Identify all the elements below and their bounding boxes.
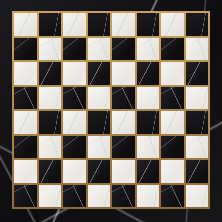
- square-g8[interactable]: [161, 13, 184, 36]
- square-d6[interactable]: [88, 62, 111, 85]
- square-g1[interactable]: [161, 185, 184, 208]
- square-e1[interactable]: [112, 185, 135, 208]
- square-f7[interactable]: [137, 38, 160, 61]
- square-f8[interactable]: [137, 13, 160, 36]
- square-h3[interactable]: [186, 136, 209, 159]
- square-f1[interactable]: [137, 185, 160, 208]
- square-h1[interactable]: [186, 185, 209, 208]
- square-c5[interactable]: [63, 87, 86, 110]
- square-c7[interactable]: [63, 38, 86, 61]
- square-b5[interactable]: [39, 87, 62, 110]
- square-d7[interactable]: [88, 38, 111, 61]
- square-a5[interactable]: [14, 87, 37, 110]
- square-e6[interactable]: [112, 62, 135, 85]
- square-g6[interactable]: [161, 62, 184, 85]
- square-h7[interactable]: [186, 38, 209, 61]
- square-a6[interactable]: [14, 62, 37, 85]
- square-d5[interactable]: [88, 87, 111, 110]
- square-h8[interactable]: [186, 13, 209, 36]
- chessboard-frame: [0, 0, 222, 222]
- square-h5[interactable]: [186, 87, 209, 110]
- square-e3[interactable]: [112, 136, 135, 159]
- square-d1[interactable]: [88, 185, 111, 208]
- square-b6[interactable]: [39, 62, 62, 85]
- square-h6[interactable]: [186, 62, 209, 85]
- square-b8[interactable]: [39, 13, 62, 36]
- square-a1[interactable]: [14, 185, 37, 208]
- square-e5[interactable]: [112, 87, 135, 110]
- square-d3[interactable]: [88, 136, 111, 159]
- square-c8[interactable]: [63, 13, 86, 36]
- square-b4[interactable]: [39, 111, 62, 134]
- square-b7[interactable]: [39, 38, 62, 61]
- square-h2[interactable]: [186, 160, 209, 183]
- square-f5[interactable]: [137, 87, 160, 110]
- square-b1[interactable]: [39, 185, 62, 208]
- square-g4[interactable]: [161, 111, 184, 134]
- square-f2[interactable]: [137, 160, 160, 183]
- square-b2[interactable]: [39, 160, 62, 183]
- square-f3[interactable]: [137, 136, 160, 159]
- square-e2[interactable]: [112, 160, 135, 183]
- square-e7[interactable]: [112, 38, 135, 61]
- square-a3[interactable]: [14, 136, 37, 159]
- square-e8[interactable]: [112, 13, 135, 36]
- square-h4[interactable]: [186, 111, 209, 134]
- square-a7[interactable]: [14, 38, 37, 61]
- square-a2[interactable]: [14, 160, 37, 183]
- board-inlay-frame: [12, 11, 210, 209]
- square-e4[interactable]: [112, 111, 135, 134]
- square-b3[interactable]: [39, 136, 62, 159]
- square-g2[interactable]: [161, 160, 184, 183]
- square-c6[interactable]: [63, 62, 86, 85]
- square-g5[interactable]: [161, 87, 184, 110]
- chessboard: [14, 13, 208, 207]
- square-a8[interactable]: [14, 13, 37, 36]
- square-c1[interactable]: [63, 185, 86, 208]
- square-d8[interactable]: [88, 13, 111, 36]
- square-c4[interactable]: [63, 111, 86, 134]
- square-g7[interactable]: [161, 38, 184, 61]
- square-d4[interactable]: [88, 111, 111, 134]
- square-c2[interactable]: [63, 160, 86, 183]
- square-c3[interactable]: [63, 136, 86, 159]
- square-g3[interactable]: [161, 136, 184, 159]
- square-f6[interactable]: [137, 62, 160, 85]
- square-a4[interactable]: [14, 111, 37, 134]
- square-d2[interactable]: [88, 160, 111, 183]
- square-f4[interactable]: [137, 111, 160, 134]
- board-photo: [0, 0, 222, 222]
